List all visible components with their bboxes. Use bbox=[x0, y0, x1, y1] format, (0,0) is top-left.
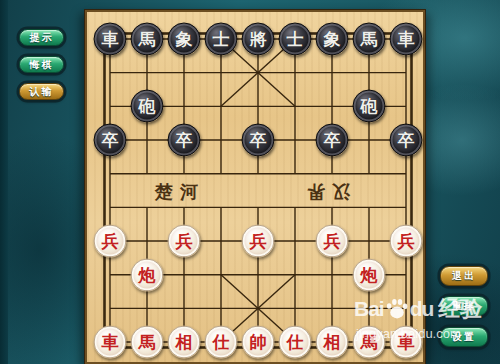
settings-button[interactable]: 设置 bbox=[440, 327, 488, 347]
hint-button[interactable]: 提示 bbox=[19, 29, 64, 46]
piece-black-馬-f7r0[interactable]: 馬 bbox=[353, 23, 386, 56]
piece-red-兵-f6r6[interactable]: 兵 bbox=[316, 225, 349, 258]
piece-black-象-f2r0[interactable]: 象 bbox=[168, 23, 201, 56]
piece-black-馬-f1r0[interactable]: 馬 bbox=[131, 23, 164, 56]
piece-black-士-f5r0[interactable]: 士 bbox=[279, 23, 312, 56]
xiangqi-board[interactable]: 楚河 汉界 車馬象士將士象馬車砲砲卒卒卒卒卒兵兵兵兵兵炮炮車馬相仕帥仕相馬車 bbox=[85, 10, 425, 364]
exit-button[interactable]: 退出 bbox=[440, 266, 488, 286]
piece-red-兵-f2r6[interactable]: 兵 bbox=[168, 225, 201, 258]
river-label-han-jie: 汉界 bbox=[300, 180, 350, 204]
piece-red-馬-f7r9[interactable]: 馬 bbox=[353, 326, 386, 359]
piece-black-車-f8r0[interactable]: 車 bbox=[390, 23, 423, 56]
piece-black-砲-f1r2[interactable]: 砲 bbox=[131, 90, 164, 123]
piece-black-砲-f7r2[interactable]: 砲 bbox=[353, 90, 386, 123]
piece-black-卒-f8r3[interactable]: 卒 bbox=[390, 124, 423, 157]
piece-black-卒-f6r3[interactable]: 卒 bbox=[316, 124, 349, 157]
piece-black-卒-f2r3[interactable]: 卒 bbox=[168, 124, 201, 157]
piece-red-馬-f1r9[interactable]: 馬 bbox=[131, 326, 164, 359]
piece-red-相-f6r9[interactable]: 相 bbox=[316, 326, 349, 359]
piece-black-卒-f4r3[interactable]: 卒 bbox=[242, 124, 275, 157]
piece-red-炮-f1r7[interactable]: 炮 bbox=[131, 258, 164, 291]
piece-red-兵-f0r6[interactable]: 兵 bbox=[94, 225, 127, 258]
piece-red-炮-f7r7[interactable]: 炮 bbox=[353, 258, 386, 291]
piece-red-仕-f5r9[interactable]: 仕 bbox=[279, 326, 312, 359]
rearrange-button[interactable]: 重排 bbox=[440, 296, 488, 316]
piece-black-將-f4r0[interactable]: 將 bbox=[242, 23, 275, 56]
piece-red-兵-f8r6[interactable]: 兵 bbox=[390, 225, 423, 258]
piece-red-兵-f4r6[interactable]: 兵 bbox=[242, 225, 275, 258]
game-window: 提示 悔棋 认输 楚河 汉界 車馬象士將士象馬車砲砲卒卒卒卒卒兵兵兵兵兵炮炮車馬… bbox=[0, 0, 500, 364]
river-label-chu-he: 楚河 bbox=[155, 180, 205, 204]
piece-red-仕-f3r9[interactable]: 仕 bbox=[205, 326, 238, 359]
board-grid bbox=[87, 12, 427, 364]
resign-button[interactable]: 认输 bbox=[19, 83, 64, 100]
piece-black-士-f3r0[interactable]: 士 bbox=[205, 23, 238, 56]
piece-black-卒-f0r3[interactable]: 卒 bbox=[94, 124, 127, 157]
piece-black-象-f6r0[interactable]: 象 bbox=[316, 23, 349, 56]
piece-red-帥-f4r9[interactable]: 帥 bbox=[242, 326, 275, 359]
piece-red-車-f8r9[interactable]: 車 bbox=[390, 326, 423, 359]
left-edge-strip bbox=[0, 0, 8, 364]
piece-black-車-f0r0[interactable]: 車 bbox=[94, 23, 127, 56]
piece-red-相-f2r9[interactable]: 相 bbox=[168, 326, 201, 359]
piece-red-車-f0r9[interactable]: 車 bbox=[94, 326, 127, 359]
undo-button[interactable]: 悔棋 bbox=[19, 56, 64, 73]
